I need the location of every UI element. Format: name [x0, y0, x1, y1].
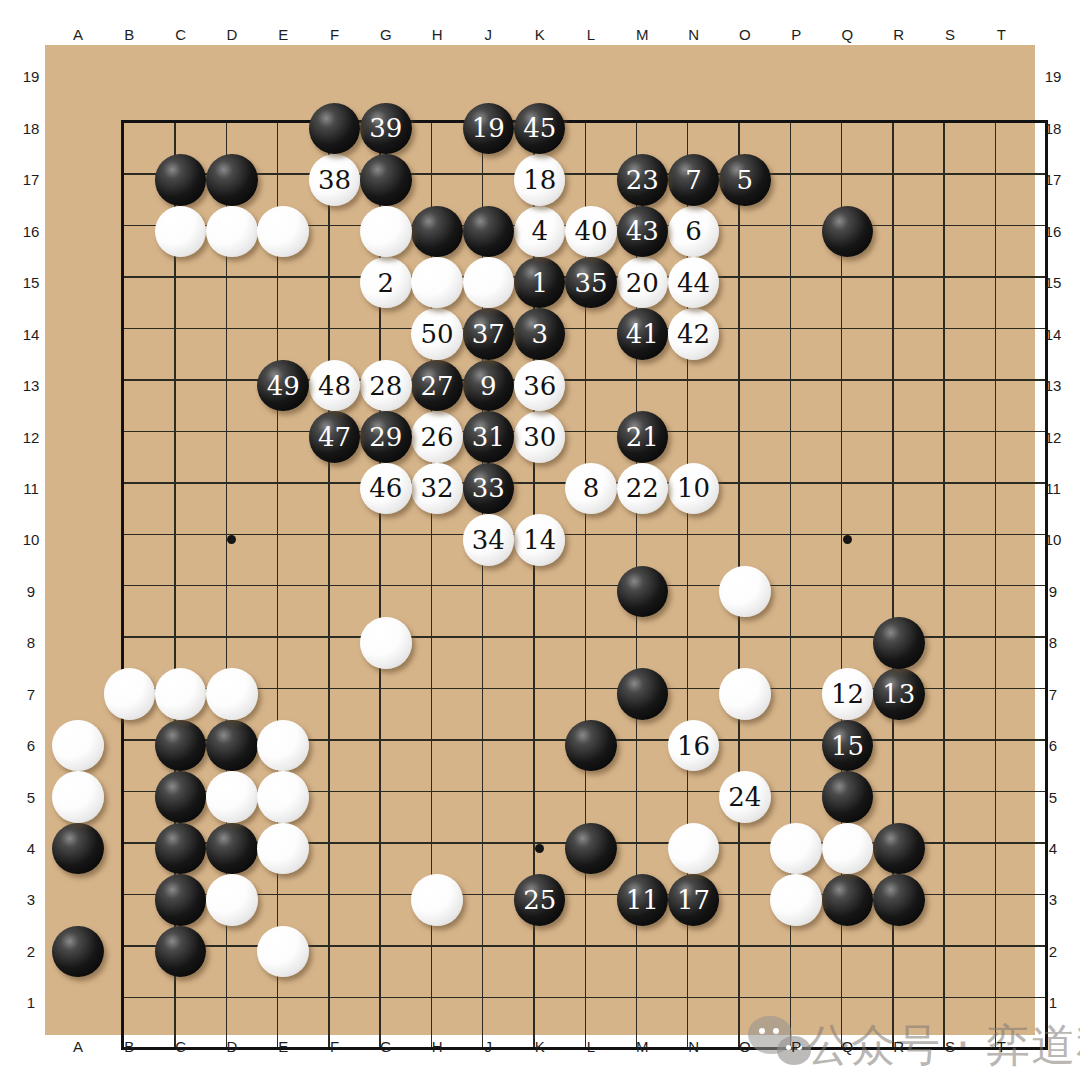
col-labels-top: ABCDEFGHJKLMNOPQRST [52, 22, 1027, 46]
col-label-F: F [330, 26, 339, 43]
stone-Q16 [822, 206, 874, 258]
move-number: 47 [318, 424, 351, 450]
move-number: 12 [831, 681, 864, 707]
row-label-6: 6 [1049, 737, 1057, 754]
stone-C7 [155, 668, 207, 720]
stone-D17 [206, 154, 258, 206]
col-label-F: F [330, 1038, 339, 1055]
move-number: 24 [728, 784, 761, 810]
move-number: 15 [831, 733, 864, 759]
row-label-12: 12 [23, 429, 40, 446]
move-number: 25 [523, 887, 556, 913]
move-number: 36 [523, 373, 556, 399]
col-label-E: E [278, 1038, 288, 1055]
stone-D6 [206, 720, 258, 772]
row-label-7: 7 [27, 686, 35, 703]
stone-O5: 24 [719, 771, 771, 823]
stone-Q5 [822, 771, 874, 823]
stone-D3 [206, 874, 258, 926]
row-label-2: 2 [1049, 943, 1057, 960]
move-number: 2 [378, 270, 395, 296]
row-label-8: 8 [1049, 634, 1057, 651]
col-label-B: B [124, 1038, 134, 1055]
stone-O17: 5 [719, 154, 771, 206]
stone-G12: 29 [360, 411, 412, 463]
col-label-K: K [535, 26, 545, 43]
col-label-S: S [945, 1038, 955, 1055]
stone-N16: 6 [668, 206, 720, 258]
row-labels-left: 19181716151413121110987654321 [13, 51, 49, 1028]
stone-N4 [668, 823, 720, 875]
stone-K16: 4 [514, 206, 566, 258]
stone-Q7: 12 [822, 668, 874, 720]
stone-K15: 1 [514, 257, 566, 309]
stone-K12: 30 [514, 411, 566, 463]
move-number: 1 [531, 270, 548, 296]
stone-K17: 18 [514, 154, 566, 206]
stone-N6: 16 [668, 720, 720, 772]
move-number: 4 [531, 218, 548, 244]
stone-G8 [360, 617, 412, 669]
stone-J13: 9 [463, 360, 515, 412]
stone-G11: 46 [360, 463, 412, 515]
go-diagram-page: 1234567891011121314151617181920212223242… [0, 0, 1080, 1080]
col-label-M: M [636, 1038, 649, 1055]
stone-J15 [463, 257, 515, 309]
stone-F12: 47 [309, 411, 361, 463]
col-label-O: O [739, 1038, 751, 1055]
stone-C3 [155, 874, 207, 926]
row-label-15: 15 [1045, 274, 1062, 291]
row-label-19: 19 [23, 68, 40, 85]
move-number: 13 [882, 681, 915, 707]
move-number: 38 [318, 167, 351, 193]
move-number: 10 [677, 475, 710, 501]
col-label-M: M [636, 26, 649, 43]
col-label-T: T [997, 1038, 1006, 1055]
stone-D16 [206, 206, 258, 258]
move-number: 37 [472, 321, 505, 347]
col-label-L: L [587, 26, 595, 43]
stone-D5 [206, 771, 258, 823]
col-label-Q: Q [842, 1038, 854, 1055]
row-label-11: 11 [23, 480, 39, 497]
stone-A5 [52, 771, 104, 823]
move-number: 8 [583, 475, 600, 501]
row-label-14: 14 [23, 326, 40, 343]
stone-M16: 43 [617, 206, 669, 258]
star-point-Q10 [843, 535, 852, 544]
stone-E5 [257, 771, 309, 823]
row-label-15: 15 [23, 274, 40, 291]
stone-E13: 49 [257, 360, 309, 412]
col-label-N: N [688, 1038, 699, 1055]
col-label-S: S [945, 26, 955, 43]
stone-L4 [565, 823, 617, 875]
row-label-1: 1 [27, 994, 35, 1011]
stone-M15: 20 [617, 257, 669, 309]
stone-C16 [155, 206, 207, 258]
stone-M11: 22 [617, 463, 669, 515]
move-number: 35 [574, 270, 607, 296]
stone-J11: 33 [463, 463, 515, 515]
move-number: 48 [318, 373, 351, 399]
stone-K10: 14 [514, 514, 566, 566]
row-label-12: 12 [1045, 429, 1062, 446]
row-label-13: 13 [23, 377, 40, 394]
stone-E16 [257, 206, 309, 258]
star-point-K4 [535, 844, 544, 853]
stone-H3 [411, 874, 463, 926]
row-label-19: 19 [1045, 68, 1062, 85]
stone-C2 [155, 926, 207, 978]
col-label-K: K [535, 1038, 545, 1055]
stone-E6 [257, 720, 309, 772]
stone-L11: 8 [565, 463, 617, 515]
stone-H15 [411, 257, 463, 309]
stone-J12: 31 [463, 411, 515, 463]
move-number: 5 [737, 167, 754, 193]
stone-A2 [52, 926, 104, 978]
stone-R7: 13 [873, 668, 925, 720]
stone-P3 [770, 874, 822, 926]
move-number: 50 [421, 321, 454, 347]
stone-J10: 34 [463, 514, 515, 566]
col-label-E: E [278, 26, 288, 43]
row-label-5: 5 [1049, 789, 1057, 806]
row-label-9: 9 [1049, 583, 1057, 600]
stone-R3 [873, 874, 925, 926]
stone-D4 [206, 823, 258, 875]
stone-H12: 26 [411, 411, 463, 463]
stone-L15: 35 [565, 257, 617, 309]
col-label-P: P [791, 26, 801, 43]
row-label-17: 17 [23, 171, 40, 188]
stone-D7 [206, 668, 258, 720]
col-label-O: O [739, 26, 751, 43]
stone-F13: 48 [309, 360, 361, 412]
stone-C6 [155, 720, 207, 772]
move-number: 33 [472, 475, 505, 501]
row-label-8: 8 [27, 634, 35, 651]
stone-J14: 37 [463, 308, 515, 360]
stone-Q3 [822, 874, 874, 926]
col-label-H: H [432, 1038, 443, 1055]
stone-G15: 2 [360, 257, 412, 309]
stone-C4 [155, 823, 207, 875]
row-label-4: 4 [27, 840, 35, 857]
move-number: 27 [421, 373, 454, 399]
row-label-4: 4 [1049, 840, 1057, 857]
row-label-18: 18 [1045, 120, 1062, 137]
stone-L6 [565, 720, 617, 772]
move-number: 28 [369, 373, 402, 399]
stone-R8 [873, 617, 925, 669]
move-number: 22 [626, 475, 659, 501]
row-label-7: 7 [1049, 686, 1057, 703]
col-labels-bottom: ABCDEFGHJKLMNOPQRST [52, 1034, 1027, 1058]
col-label-B: B [124, 26, 134, 43]
stones-grid: 1234567891011121314151617181920212223242… [52, 51, 1027, 1028]
star-point-D10 [227, 535, 236, 544]
stone-O9 [719, 566, 771, 618]
stone-N14: 42 [668, 308, 720, 360]
stone-M3: 11 [617, 874, 669, 926]
move-number: 26 [421, 424, 454, 450]
row-label-3: 3 [27, 891, 35, 908]
move-number: 23 [626, 167, 659, 193]
stone-C5 [155, 771, 207, 823]
col-label-D: D [226, 26, 237, 43]
move-number: 6 [685, 218, 702, 244]
col-label-H: H [432, 26, 443, 43]
col-label-D: D [226, 1038, 237, 1055]
move-number: 32 [421, 475, 454, 501]
col-label-N: N [688, 26, 699, 43]
move-number: 46 [369, 475, 402, 501]
stone-K18: 45 [514, 103, 566, 155]
stone-Q6: 15 [822, 720, 874, 772]
stone-H13: 27 [411, 360, 463, 412]
stone-E4 [257, 823, 309, 875]
row-label-17: 17 [1045, 171, 1062, 188]
row-label-2: 2 [27, 943, 35, 960]
move-number: 20 [626, 270, 659, 296]
row-label-1: 1 [1049, 994, 1057, 1011]
stone-M7 [617, 668, 669, 720]
col-label-J: J [485, 26, 493, 43]
stone-A6 [52, 720, 104, 772]
stone-K3: 25 [514, 874, 566, 926]
move-number: 41 [626, 321, 659, 347]
row-label-14: 14 [1045, 326, 1062, 343]
move-number: 39 [369, 115, 402, 141]
move-number: 44 [677, 270, 710, 296]
stone-C17 [155, 154, 207, 206]
stone-G18: 39 [360, 103, 412, 155]
col-label-P: P [791, 1038, 801, 1055]
move-number: 21 [626, 424, 659, 450]
row-label-11: 11 [1045, 480, 1061, 497]
stone-H16 [411, 206, 463, 258]
move-number: 43 [626, 218, 659, 244]
row-label-18: 18 [23, 120, 40, 137]
row-label-13: 13 [1045, 377, 1062, 394]
move-number: 34 [472, 527, 505, 553]
stone-B7 [104, 668, 156, 720]
move-number: 7 [685, 167, 702, 193]
stone-P4 [770, 823, 822, 875]
col-label-L: L [587, 1038, 595, 1055]
stone-N3: 17 [668, 874, 720, 926]
col-label-R: R [893, 1038, 904, 1055]
col-label-G: G [380, 26, 392, 43]
move-number: 9 [480, 373, 497, 399]
move-number: 16 [677, 733, 710, 759]
row-label-6: 6 [27, 737, 35, 754]
move-number: 11 [626, 887, 659, 913]
move-number: 29 [369, 424, 402, 450]
stone-N15: 44 [668, 257, 720, 309]
move-number: 17 [677, 887, 710, 913]
stone-K13: 36 [514, 360, 566, 412]
col-label-C: C [175, 1038, 186, 1055]
row-label-3: 3 [1049, 891, 1057, 908]
col-label-J: J [485, 1038, 493, 1055]
stone-Q4 [822, 823, 874, 875]
stone-H11: 32 [411, 463, 463, 515]
stone-J16 [463, 206, 515, 258]
row-label-9: 9 [27, 583, 35, 600]
stone-R4 [873, 823, 925, 875]
col-label-A: A [73, 1038, 83, 1055]
col-label-G: G [380, 1038, 392, 1055]
stone-E2 [257, 926, 309, 978]
row-label-16: 16 [23, 223, 40, 240]
col-label-A: A [73, 26, 83, 43]
col-label-C: C [175, 26, 186, 43]
row-label-16: 16 [1045, 223, 1062, 240]
move-number: 42 [677, 321, 710, 347]
move-number: 45 [523, 115, 556, 141]
stone-M17: 23 [617, 154, 669, 206]
move-number: 30 [523, 424, 556, 450]
stone-N17: 7 [668, 154, 720, 206]
stone-N11: 10 [668, 463, 720, 515]
move-number: 3 [531, 321, 548, 347]
row-label-5: 5 [27, 789, 35, 806]
stone-F17: 38 [309, 154, 361, 206]
move-number: 18 [523, 167, 556, 193]
stone-K14: 3 [514, 308, 566, 360]
move-number: 19 [472, 115, 505, 141]
stone-M12: 21 [617, 411, 669, 463]
stone-G13: 28 [360, 360, 412, 412]
col-label-T: T [997, 26, 1006, 43]
stone-F18 [309, 103, 361, 155]
move-number: 40 [574, 218, 607, 244]
row-labels-right: 19181716151413121110987654321 [1035, 51, 1071, 1028]
stone-M9 [617, 566, 669, 618]
move-number: 49 [267, 373, 300, 399]
stone-O7 [719, 668, 771, 720]
stone-J18: 19 [463, 103, 515, 155]
move-number: 14 [523, 527, 556, 553]
col-label-Q: Q [842, 26, 854, 43]
row-label-10: 10 [23, 531, 40, 548]
stone-G17 [360, 154, 412, 206]
move-number: 31 [472, 424, 505, 450]
stone-H14: 50 [411, 308, 463, 360]
row-label-10: 10 [1045, 531, 1062, 548]
stone-G16 [360, 206, 412, 258]
stone-A4 [52, 823, 104, 875]
col-label-R: R [893, 26, 904, 43]
stone-L16: 40 [565, 206, 617, 258]
stone-M14: 41 [617, 308, 669, 360]
